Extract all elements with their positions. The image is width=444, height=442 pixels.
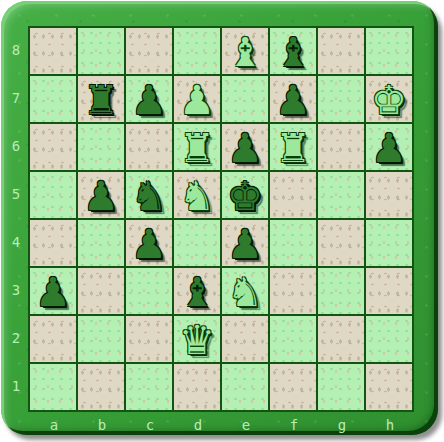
- square-a2[interactable]: [30, 316, 76, 362]
- square-c7[interactable]: ♟: [126, 76, 172, 122]
- black-pawn[interactable]: ♟: [222, 124, 268, 170]
- square-d3[interactable]: ♝: [174, 268, 220, 314]
- square-g5[interactable]: [318, 172, 364, 218]
- white-knight[interactable]: ♞: [222, 268, 268, 314]
- file-label-c: c: [126, 413, 174, 437]
- black-bishop[interactable]: ♝: [270, 28, 316, 74]
- square-h6[interactable]: ♟: [366, 124, 412, 170]
- square-a7[interactable]: [30, 76, 76, 122]
- square-f3[interactable]: [270, 268, 316, 314]
- square-e4[interactable]: ♟: [222, 220, 268, 266]
- square-e2[interactable]: [222, 316, 268, 362]
- square-c4[interactable]: ♟: [126, 220, 172, 266]
- rank-label-2: 2: [6, 314, 26, 362]
- rank-label-4: 4: [6, 218, 26, 266]
- square-f8[interactable]: ♝: [270, 28, 316, 74]
- square-e5[interactable]: ♚: [222, 172, 268, 218]
- rank-label-6: 6: [6, 122, 26, 170]
- black-pawn[interactable]: ♟: [126, 76, 172, 122]
- white-rook[interactable]: ♜: [174, 124, 220, 170]
- file-label-b: b: [78, 413, 126, 437]
- black-pawn[interactable]: ♟: [222, 220, 268, 266]
- chessboard-window: 87654321 ♝♝♜♟♟♟♚♜♟♜♟♟♞♞♚♟♟♟♝♞♛ abcdefgh: [0, 0, 444, 442]
- black-pawn[interactable]: ♟: [270, 76, 316, 122]
- square-b6[interactable]: [78, 124, 124, 170]
- black-pawn[interactable]: ♟: [78, 172, 124, 218]
- square-h7[interactable]: ♚: [366, 76, 412, 122]
- square-f4[interactable]: [270, 220, 316, 266]
- white-rook[interactable]: ♜: [270, 124, 316, 170]
- black-pawn[interactable]: ♟: [366, 124, 412, 170]
- square-h2[interactable]: [366, 316, 412, 362]
- square-e1[interactable]: [222, 364, 268, 410]
- square-a3[interactable]: ♟: [30, 268, 76, 314]
- square-d1[interactable]: [174, 364, 220, 410]
- square-d6[interactable]: ♜: [174, 124, 220, 170]
- black-bishop[interactable]: ♝: [174, 268, 220, 314]
- square-b1[interactable]: [78, 364, 124, 410]
- square-a8[interactable]: [30, 28, 76, 74]
- white-queen[interactable]: ♛: [174, 316, 220, 362]
- square-c2[interactable]: [126, 316, 172, 362]
- black-king[interactable]: ♚: [222, 172, 268, 218]
- square-c3[interactable]: [126, 268, 172, 314]
- square-g6[interactable]: [318, 124, 364, 170]
- square-d8[interactable]: [174, 28, 220, 74]
- square-c8[interactable]: [126, 28, 172, 74]
- black-rook[interactable]: ♜: [78, 76, 124, 122]
- black-knight[interactable]: ♞: [126, 172, 172, 218]
- square-e3[interactable]: ♞: [222, 268, 268, 314]
- square-h3[interactable]: [366, 268, 412, 314]
- square-b5[interactable]: ♟: [78, 172, 124, 218]
- square-d5[interactable]: ♞: [174, 172, 220, 218]
- square-e7[interactable]: [222, 76, 268, 122]
- square-d7[interactable]: ♟: [174, 76, 220, 122]
- square-a4[interactable]: [30, 220, 76, 266]
- square-h5[interactable]: [366, 172, 412, 218]
- square-b4[interactable]: [78, 220, 124, 266]
- file-label-a: a: [30, 413, 78, 437]
- black-pawn[interactable]: ♟: [126, 220, 172, 266]
- square-c1[interactable]: [126, 364, 172, 410]
- square-g2[interactable]: [318, 316, 364, 362]
- white-pawn[interactable]: ♟: [174, 76, 220, 122]
- black-pawn[interactable]: ♟: [30, 268, 76, 314]
- square-g1[interactable]: [318, 364, 364, 410]
- square-b8[interactable]: [78, 28, 124, 74]
- square-c5[interactable]: ♞: [126, 172, 172, 218]
- square-g7[interactable]: [318, 76, 364, 122]
- square-g8[interactable]: [318, 28, 364, 74]
- rank-label-5: 5: [6, 170, 26, 218]
- square-h1[interactable]: [366, 364, 412, 410]
- rank-label-8: 8: [6, 26, 26, 74]
- square-g4[interactable]: [318, 220, 364, 266]
- file-label-f: f: [270, 413, 318, 437]
- square-d2[interactable]: ♛: [174, 316, 220, 362]
- file-label-g: g: [318, 413, 366, 437]
- square-f7[interactable]: ♟: [270, 76, 316, 122]
- file-label-h: h: [366, 413, 414, 437]
- square-a1[interactable]: [30, 364, 76, 410]
- square-h8[interactable]: [366, 28, 412, 74]
- square-e8[interactable]: ♝: [222, 28, 268, 74]
- square-f5[interactable]: [270, 172, 316, 218]
- white-king[interactable]: ♚: [366, 76, 412, 122]
- rank-label-1: 1: [6, 362, 26, 410]
- square-f2[interactable]: [270, 316, 316, 362]
- square-f6[interactable]: ♜: [270, 124, 316, 170]
- square-h4[interactable]: [366, 220, 412, 266]
- square-d4[interactable]: [174, 220, 220, 266]
- square-b3[interactable]: [78, 268, 124, 314]
- square-b7[interactable]: ♜: [78, 76, 124, 122]
- square-a6[interactable]: [30, 124, 76, 170]
- square-c6[interactable]: [126, 124, 172, 170]
- rank-label-3: 3: [6, 266, 26, 314]
- file-label-e: e: [222, 413, 270, 437]
- rank-label-7: 7: [6, 74, 26, 122]
- board-grid: ♝♝♜♟♟♟♚♜♟♜♟♟♞♞♚♟♟♟♝♞♛: [28, 26, 414, 412]
- file-label-d: d: [174, 413, 222, 437]
- square-g3[interactable]: [318, 268, 364, 314]
- white-knight[interactable]: ♞: [174, 172, 220, 218]
- file-labels: abcdefgh: [30, 413, 418, 437]
- rank-labels: 87654321: [6, 26, 26, 410]
- square-f1[interactable]: [270, 364, 316, 410]
- square-a5[interactable]: [30, 172, 76, 218]
- square-e6[interactable]: ♟: [222, 124, 268, 170]
- square-b2[interactable]: [78, 316, 124, 362]
- white-bishop[interactable]: ♝: [222, 28, 268, 74]
